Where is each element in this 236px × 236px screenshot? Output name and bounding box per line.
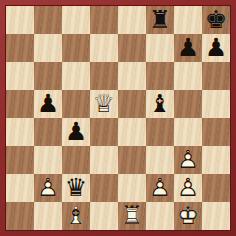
black-rook-f8[interactable]: ♜ (146, 6, 174, 34)
square-c7[interactable] (62, 34, 90, 62)
square-c8[interactable] (62, 6, 90, 34)
square-f4[interactable] (146, 118, 174, 146)
white-queen-d5[interactable]: ♛♕ (90, 90, 118, 118)
square-d3[interactable] (90, 146, 118, 174)
square-b4[interactable] (34, 118, 62, 146)
piece-outline-glyph: ♙ (34, 174, 62, 202)
square-f7[interactable] (146, 34, 174, 62)
square-a2[interactable] (6, 174, 34, 202)
square-g2[interactable]: ♟♙ (174, 174, 202, 202)
black-pawn-c4[interactable]: ♟ (62, 118, 90, 146)
square-c5[interactable] (62, 90, 90, 118)
black-queen-c2[interactable]: ♛ (62, 174, 90, 202)
piece-outline-glyph: ♖ (118, 202, 146, 230)
square-h4[interactable] (202, 118, 230, 146)
square-a3[interactable] (6, 146, 34, 174)
white-pawn-g2[interactable]: ♟♙ (174, 174, 202, 202)
square-h7[interactable]: ♟ (202, 34, 230, 62)
square-h8[interactable]: ♚ (202, 6, 230, 34)
piece-outline-glyph: ♙ (174, 174, 202, 202)
square-b5[interactable]: ♟ (34, 90, 62, 118)
square-b8[interactable] (34, 6, 62, 34)
square-b7[interactable] (34, 34, 62, 62)
chess-board[interactable]: ♜♚♟♟♟♛♕♝♟♟♙♟♙♛♟♙♟♙♝♗♜♖♚♔ (6, 6, 230, 230)
square-h6[interactable] (202, 62, 230, 90)
square-a7[interactable] (6, 34, 34, 62)
square-e3[interactable] (118, 146, 146, 174)
square-b1[interactable] (34, 202, 62, 230)
square-b6[interactable] (34, 62, 62, 90)
white-pawn-g3[interactable]: ♟♙ (174, 146, 202, 174)
square-b3[interactable] (34, 146, 62, 174)
black-pawn-g7[interactable]: ♟ (174, 34, 202, 62)
square-c6[interactable] (62, 62, 90, 90)
square-a6[interactable] (6, 62, 34, 90)
piece-outline-glyph: ♔ (174, 202, 202, 230)
square-g4[interactable] (174, 118, 202, 146)
black-bishop-f5[interactable]: ♝ (146, 90, 174, 118)
square-e4[interactable] (118, 118, 146, 146)
black-pawn-h7[interactable]: ♟ (202, 34, 230, 62)
square-e7[interactable] (118, 34, 146, 62)
square-a5[interactable] (6, 90, 34, 118)
square-d1[interactable] (90, 202, 118, 230)
piece-outline-glyph: ♙ (174, 146, 202, 174)
square-f8[interactable]: ♜ (146, 6, 174, 34)
square-h2[interactable] (202, 174, 230, 202)
square-a8[interactable] (6, 6, 34, 34)
square-b2[interactable]: ♟♙ (34, 174, 62, 202)
square-h5[interactable] (202, 90, 230, 118)
square-d7[interactable] (90, 34, 118, 62)
piece-outline-glyph: ♙ (146, 174, 174, 202)
square-a1[interactable] (6, 202, 34, 230)
square-a4[interactable] (6, 118, 34, 146)
square-e6[interactable] (118, 62, 146, 90)
square-d2[interactable] (90, 174, 118, 202)
board-frame: ♜♚♟♟♟♛♕♝♟♟♙♟♙♛♟♙♟♙♝♗♜♖♚♔ (0, 0, 236, 236)
square-d8[interactable] (90, 6, 118, 34)
square-g3[interactable]: ♟♙ (174, 146, 202, 174)
white-king-g1[interactable]: ♚♔ (174, 202, 202, 230)
square-g6[interactable] (174, 62, 202, 90)
square-c1[interactable]: ♝♗ (62, 202, 90, 230)
piece-outline-glyph: ♗ (62, 202, 90, 230)
piece-outline-glyph: ♕ (90, 90, 118, 118)
white-bishop-c1[interactable]: ♝♗ (62, 202, 90, 230)
square-g5[interactable] (174, 90, 202, 118)
square-g1[interactable]: ♚♔ (174, 202, 202, 230)
square-d4[interactable] (90, 118, 118, 146)
square-e5[interactable] (118, 90, 146, 118)
white-rook-e1[interactable]: ♜♖ (118, 202, 146, 230)
square-d6[interactable] (90, 62, 118, 90)
square-c4[interactable]: ♟ (62, 118, 90, 146)
square-c2[interactable]: ♛ (62, 174, 90, 202)
square-e8[interactable] (118, 6, 146, 34)
white-pawn-b2[interactable]: ♟♙ (34, 174, 62, 202)
square-h3[interactable] (202, 146, 230, 174)
square-c3[interactable] (62, 146, 90, 174)
black-king-h8[interactable]: ♚ (202, 6, 230, 34)
square-f2[interactable]: ♟♙ (146, 174, 174, 202)
white-pawn-f2[interactable]: ♟♙ (146, 174, 174, 202)
square-f1[interactable] (146, 202, 174, 230)
square-g7[interactable]: ♟ (174, 34, 202, 62)
square-h1[interactable] (202, 202, 230, 230)
square-e1[interactable]: ♜♖ (118, 202, 146, 230)
black-pawn-b5[interactable]: ♟ (34, 90, 62, 118)
square-g8[interactable] (174, 6, 202, 34)
square-e2[interactable] (118, 174, 146, 202)
square-f3[interactable] (146, 146, 174, 174)
square-d5[interactable]: ♛♕ (90, 90, 118, 118)
square-f6[interactable] (146, 62, 174, 90)
square-f5[interactable]: ♝ (146, 90, 174, 118)
